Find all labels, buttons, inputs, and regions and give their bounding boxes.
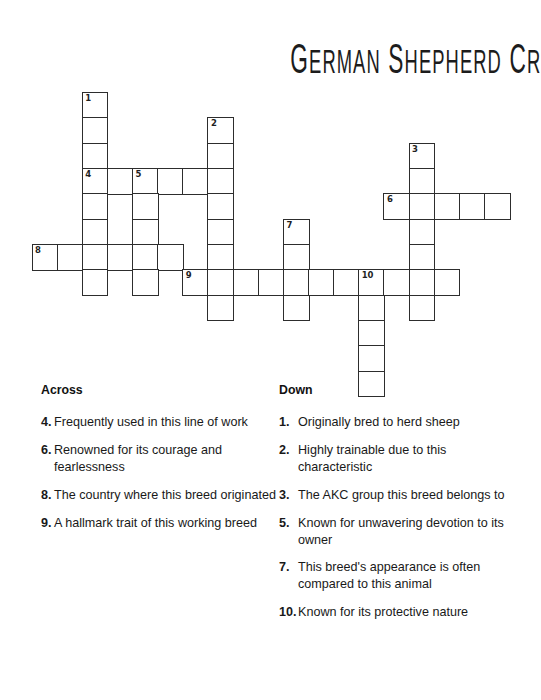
grid-cell[interactable]: [82, 117, 109, 144]
grid-cell[interactable]: [207, 244, 234, 271]
clue-item: 3.The AKC group this breed belongs to: [279, 487, 511, 504]
clue-text: Renowned for its courage and fearlessnes…: [54, 442, 285, 476]
grid-cell[interactable]: 4: [82, 168, 109, 195]
grid-cell[interactable]: 1: [82, 92, 109, 119]
grid-cell[interactable]: [207, 168, 234, 195]
clue-item: 2.Highly trainable due to this character…: [279, 442, 511, 476]
across-header: Across: [41, 383, 285, 397]
grid-cell[interactable]: [434, 193, 461, 220]
grid-cell[interactable]: 9: [182, 269, 209, 296]
across-clues-section: Across 4.Frequently used in this line of…: [41, 383, 285, 543]
cell-number: 2: [211, 119, 217, 128]
clue-number: 9.: [41, 515, 54, 532]
grid-cell[interactable]: [107, 168, 134, 195]
grid-cell[interactable]: [132, 219, 159, 246]
grid-cell[interactable]: [207, 143, 234, 170]
clue-item: 10.Known for its protective nature: [279, 604, 511, 621]
clue-number: 7.: [279, 559, 298, 593]
cell-number: 7: [286, 221, 292, 230]
cell-number: 10: [362, 271, 373, 280]
grid-cell[interactable]: 10: [358, 269, 385, 296]
grid-cell[interactable]: [207, 193, 234, 220]
cell-number: 6: [387, 195, 393, 204]
grid-cell[interactable]: [207, 295, 234, 322]
grid-cell[interactable]: [409, 219, 436, 246]
clue-text: The country where this breed originated: [54, 487, 285, 504]
clue-text: The AKC group this breed belongs to: [298, 487, 511, 504]
clue-number: 3.: [279, 487, 298, 504]
grid-cell[interactable]: [484, 193, 511, 220]
clue-number: 8.: [41, 487, 54, 504]
crossword-grid: 12345678910: [32, 92, 512, 398]
grid-cell[interactable]: 6: [383, 193, 410, 220]
grid-cell[interactable]: [409, 168, 436, 195]
grid-cell[interactable]: [258, 269, 285, 296]
grid-cell[interactable]: [57, 244, 84, 271]
grid-cell[interactable]: [283, 295, 310, 322]
clue-number: 6.: [41, 442, 54, 476]
clue-number: 2.: [279, 442, 298, 476]
cell-number: 3: [412, 145, 418, 154]
grid-cell[interactable]: [459, 193, 486, 220]
page-title-text: GERMANSHEPHERDCROSSWORD: [287, 36, 541, 84]
grid-cell[interactable]: 8: [32, 244, 59, 271]
grid-cell[interactable]: [132, 193, 159, 220]
grid-cell[interactable]: [333, 269, 360, 296]
grid-cell[interactable]: [132, 269, 159, 296]
clue-item: 1.Originally bred to herd sheep: [279, 414, 511, 431]
clue-item: 7.This breed's appearance is often compa…: [279, 559, 511, 593]
grid-cell[interactable]: [409, 269, 436, 296]
grid-cell[interactable]: [283, 269, 310, 296]
grid-cell[interactable]: [308, 269, 335, 296]
grid-cell[interactable]: [383, 269, 410, 296]
grid-cell[interactable]: [132, 244, 159, 271]
cell-number: 9: [186, 271, 192, 280]
puzzle-page: GERMANSHEPHERDCROSSWORD 12345678910 Acro…: [0, 0, 541, 700]
grid-cell[interactable]: 5: [132, 168, 159, 195]
cell-number: 5: [136, 170, 142, 179]
grid-cell[interactable]: [409, 244, 436, 271]
grid-cell[interactable]: 7: [283, 219, 310, 246]
grid-cell[interactable]: 3: [409, 143, 436, 170]
clue-number: 10.: [279, 604, 298, 621]
grid-cell[interactable]: [409, 193, 436, 220]
grid-cell[interactable]: [283, 244, 310, 271]
grid-cell[interactable]: [358, 320, 385, 347]
clue-text: Known for its protective nature: [298, 604, 511, 621]
clue-text: Originally bred to herd sheep: [298, 414, 511, 431]
clue-item: 4.Frequently used in this line of work: [41, 414, 285, 431]
grid-cell[interactable]: [82, 143, 109, 170]
grid-cell[interactable]: [409, 295, 436, 322]
page-title: GERMANSHEPHERDCROSSWORD: [132, 36, 492, 86]
clue-text: This breed's appearance is often compare…: [298, 559, 511, 593]
clue-item: 8.The country where this breed originate…: [41, 487, 285, 504]
clue-text: Known for unwavering devotion to its own…: [298, 515, 511, 549]
cell-number: 1: [85, 94, 91, 103]
down-clues-section: Down 1.Originally bred to herd sheep2.Hi…: [279, 383, 511, 632]
across-clue-list: 4.Frequently used in this line of work6.…: [41, 414, 285, 532]
grid-cell[interactable]: [233, 269, 260, 296]
cell-number: 8: [35, 246, 41, 255]
cell-number: 4: [85, 170, 91, 179]
clue-text: Highly trainable due to this characteris…: [298, 442, 511, 476]
clue-text: A hallmark trait of this working breed: [54, 515, 285, 532]
grid-cell[interactable]: [82, 269, 109, 296]
grid-cell[interactable]: [82, 193, 109, 220]
grid-cell[interactable]: [82, 219, 109, 246]
grid-cell[interactable]: [207, 269, 234, 296]
grid-cell[interactable]: 2: [207, 117, 234, 144]
grid-cell[interactable]: [107, 244, 134, 271]
clue-item: 9.A hallmark trait of this working breed: [41, 515, 285, 532]
down-clue-list: 1.Originally bred to herd sheep2.Highly …: [279, 414, 511, 621]
clue-item: 6.Renowned for its courage and fearlessn…: [41, 442, 285, 476]
grid-cell[interactable]: [358, 295, 385, 322]
down-header: Down: [279, 383, 511, 397]
grid-cell[interactable]: [207, 219, 234, 246]
clue-number: 4.: [41, 414, 54, 431]
clue-number: 5.: [279, 515, 298, 549]
grid-cell[interactable]: [182, 168, 209, 195]
grid-cell[interactable]: [358, 345, 385, 372]
clue-text: Frequently used in this line of work: [54, 414, 285, 431]
grid-cell[interactable]: [434, 269, 461, 296]
clue-number: 1.: [279, 414, 298, 431]
grid-cell[interactable]: [157, 168, 184, 195]
grid-cell[interactable]: [82, 244, 109, 271]
grid-cell[interactable]: [157, 244, 184, 271]
clue-item: 5.Known for unwavering devotion to its o…: [279, 515, 511, 549]
